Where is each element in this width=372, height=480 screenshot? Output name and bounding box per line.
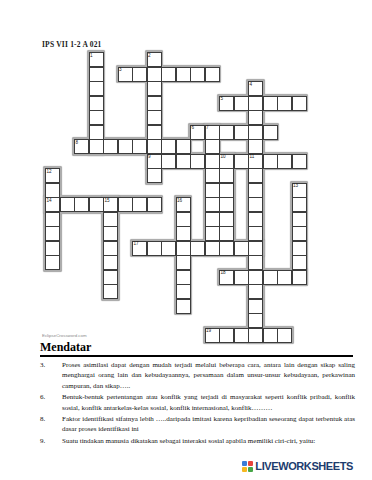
cell-r10c7[interactable] bbox=[147, 197, 162, 212]
cell-number-13: 13 bbox=[292, 183, 298, 188]
cell-number-6: 6 bbox=[191, 125, 195, 130]
cell-r7c16[interactable] bbox=[277, 154, 292, 169]
cell-r13c17[interactable] bbox=[292, 241, 307, 256]
cell-r6c6[interactable] bbox=[132, 139, 147, 154]
cell-r11c11[interactable] bbox=[205, 212, 220, 227]
cell-r3c13[interactable] bbox=[234, 96, 249, 111]
cell-r8c14[interactable] bbox=[248, 168, 263, 183]
clue-gap bbox=[54, 360, 62, 391]
cell-r11c14[interactable] bbox=[248, 212, 263, 227]
cell-r13c11[interactable] bbox=[205, 241, 220, 256]
cell-number-4: 4 bbox=[249, 82, 253, 87]
cell-r11c0[interactable] bbox=[45, 212, 60, 227]
cell-r13c0[interactable] bbox=[45, 241, 60, 256]
cell-r5c13[interactable] bbox=[234, 125, 249, 140]
clue-text: Proses asimilasi dapat dengan mudah terj… bbox=[62, 360, 355, 391]
cell-r1c9[interactable] bbox=[176, 67, 191, 82]
cell-number-9: 9 bbox=[147, 154, 151, 159]
cell-number-1: 1 bbox=[89, 53, 93, 58]
cell-r15c9[interactable] bbox=[176, 270, 191, 285]
cell-r6c11[interactable] bbox=[205, 139, 220, 154]
cell-r3c7[interactable] bbox=[147, 96, 162, 111]
cell-r14c9[interactable] bbox=[176, 255, 191, 270]
clue-number: 8. bbox=[40, 414, 54, 435]
cell-r9c0[interactable] bbox=[45, 183, 60, 198]
cell-r5c7[interactable] bbox=[147, 125, 162, 140]
cell-r11c17[interactable] bbox=[292, 212, 307, 227]
cell-number-7: 7 bbox=[205, 125, 209, 130]
cell-r13c8[interactable] bbox=[161, 241, 176, 256]
cell-r18c14[interactable] bbox=[248, 313, 263, 328]
clue-item-6: 6.Bentuk-bentuk pertentangan atau konfli… bbox=[40, 392, 355, 413]
clue-list: 3.Proses asimilasi dapat dengan mudah te… bbox=[40, 360, 355, 447]
cell-r19c12[interactable] bbox=[219, 328, 234, 343]
cell-r6c8[interactable] bbox=[161, 139, 176, 154]
cell-r10c2[interactable] bbox=[74, 197, 89, 212]
clue-gap bbox=[54, 392, 62, 413]
cell-r4c3[interactable] bbox=[89, 110, 104, 125]
cell-r10c14[interactable] bbox=[248, 197, 263, 212]
cell-r11c4[interactable] bbox=[103, 212, 118, 227]
cell-r5c3[interactable] bbox=[89, 125, 104, 140]
cell-r1c3[interactable] bbox=[89, 67, 104, 82]
cell-r7c17[interactable] bbox=[292, 154, 307, 169]
cell-r5c12[interactable] bbox=[219, 125, 234, 140]
worksheet-page: IPS VII 1-2 A 021 1234567891011121314151… bbox=[0, 0, 372, 480]
crossword-grid: 12345678910111213141516171819 bbox=[0, 0, 372, 372]
cell-number-14: 14 bbox=[46, 198, 52, 203]
cell-number-12: 12 bbox=[46, 169, 52, 174]
cell-r6c9[interactable] bbox=[176, 139, 191, 154]
cell-r8c7[interactable] bbox=[147, 168, 162, 183]
clue-text: Faktor identifikasi sifatnya lebih …..da… bbox=[62, 414, 355, 435]
cell-r6c5[interactable] bbox=[118, 139, 133, 154]
cell-r14c17[interactable] bbox=[292, 255, 307, 270]
clue-gap bbox=[54, 436, 62, 446]
clue-gap bbox=[54, 414, 62, 435]
cell-r12c12[interactable] bbox=[219, 226, 234, 241]
cell-r1c7[interactable] bbox=[147, 67, 162, 82]
cell-number-2: 2 bbox=[147, 53, 151, 58]
cell-r15c13[interactable] bbox=[234, 270, 249, 285]
cell-r12c0[interactable] bbox=[45, 226, 60, 241]
cell-r15c4[interactable] bbox=[103, 270, 118, 285]
cell-r12c4[interactable] bbox=[103, 226, 118, 241]
cell-number-10: 10 bbox=[220, 154, 226, 159]
cell-r13c9[interactable] bbox=[176, 241, 191, 256]
cell-r3c3[interactable] bbox=[89, 96, 104, 111]
cell-r7c8[interactable] bbox=[161, 154, 176, 169]
cell-r15c14[interactable] bbox=[248, 270, 263, 285]
cell-r6c4[interactable] bbox=[103, 139, 118, 154]
cell-r6c3[interactable] bbox=[89, 139, 104, 154]
cell-r19c13[interactable] bbox=[234, 328, 249, 343]
cell-r3c15[interactable] bbox=[263, 96, 278, 111]
cell-r4c14[interactable] bbox=[248, 110, 263, 125]
clue-item-9: 9.Suatu tindakan manusia dikatakan sebag… bbox=[40, 436, 355, 446]
cell-r9c12[interactable] bbox=[219, 183, 234, 198]
cell-number-17: 17 bbox=[133, 241, 139, 246]
cell-r1c8[interactable] bbox=[161, 67, 176, 82]
cell-r2c3[interactable] bbox=[89, 81, 104, 96]
cell-r19c14[interactable] bbox=[248, 328, 263, 343]
cell-r12c11[interactable] bbox=[205, 226, 220, 241]
logo-color-square bbox=[248, 461, 253, 466]
cell-r17c14[interactable] bbox=[248, 299, 263, 314]
cell-r16c9[interactable] bbox=[176, 284, 191, 299]
cell-r10c12[interactable] bbox=[219, 197, 234, 212]
cell-r13c10[interactable] bbox=[190, 241, 205, 256]
cell-r19c15[interactable] bbox=[263, 328, 278, 343]
cell-r14c14[interactable] bbox=[248, 255, 263, 270]
cell-r12c14[interactable] bbox=[248, 226, 263, 241]
clue-item-8: 8.Faktor identifikasi sifatnya lebih …..… bbox=[40, 414, 355, 435]
cell-number-8: 8 bbox=[75, 140, 79, 145]
cell-r13c4[interactable] bbox=[103, 241, 118, 256]
clue-text: Bentuk-bentuk pertentangan atau konflik … bbox=[62, 392, 355, 413]
clue-number: 6. bbox=[40, 392, 54, 413]
clue-number: 3. bbox=[40, 360, 54, 391]
across-heading: Mendatar bbox=[40, 340, 91, 355]
cell-r7c13[interactable] bbox=[234, 154, 249, 169]
clue-number: 9. bbox=[40, 436, 54, 446]
cell-r3c16[interactable] bbox=[277, 96, 292, 111]
liveworksheets-logo-icon bbox=[242, 461, 253, 472]
logo-color-square bbox=[248, 467, 253, 472]
cell-r6c7[interactable] bbox=[147, 139, 162, 154]
cell-r1c11[interactable] bbox=[205, 67, 220, 82]
cell-r15c16[interactable] bbox=[277, 270, 292, 285]
cell-r15c17[interactable] bbox=[292, 270, 307, 285]
cell-r8c11[interactable] bbox=[205, 168, 220, 183]
cell-number-15: 15 bbox=[104, 198, 110, 203]
cell-r8c12[interactable] bbox=[219, 168, 234, 183]
cell-r9c14[interactable] bbox=[248, 183, 263, 198]
cell-number-18: 18 bbox=[220, 270, 226, 275]
cell-r7c15[interactable] bbox=[263, 154, 278, 169]
cell-r13c14[interactable] bbox=[248, 241, 263, 256]
cell-r13c12[interactable] bbox=[219, 241, 234, 256]
cell-r10c17[interactable] bbox=[292, 197, 307, 212]
cell-r15c15[interactable] bbox=[263, 270, 278, 285]
cell-r7c10[interactable] bbox=[190, 154, 205, 169]
clue-item-3: 3.Proses asimilasi dapat dengan mudah te… bbox=[40, 360, 355, 391]
cell-r14c0[interactable] bbox=[45, 255, 60, 270]
cell-r1c6[interactable] bbox=[132, 67, 147, 82]
cell-r12c9[interactable] bbox=[176, 226, 191, 241]
cell-r9c11[interactable] bbox=[205, 183, 220, 198]
cell-number-19: 19 bbox=[205, 328, 211, 333]
cell-r11c12[interactable] bbox=[219, 212, 234, 227]
cell-r5c15[interactable] bbox=[263, 125, 278, 140]
cell-r11c9[interactable] bbox=[176, 212, 191, 227]
cell-r3c14[interactable] bbox=[248, 96, 263, 111]
cell-r3c17[interactable] bbox=[292, 96, 307, 111]
cell-r7c11[interactable] bbox=[205, 154, 220, 169]
clue-text: Suatu tindakan manusia dikatakan sebagai… bbox=[62, 436, 355, 446]
cell-number-3: 3 bbox=[118, 67, 122, 72]
cell-r10c3[interactable] bbox=[89, 197, 104, 212]
cell-r7c9[interactable] bbox=[176, 154, 191, 169]
logo-color-square bbox=[242, 467, 247, 472]
cell-r17c9[interactable] bbox=[176, 299, 191, 314]
cell-r6c14[interactable] bbox=[248, 139, 263, 154]
cell-number-16: 16 bbox=[176, 198, 182, 203]
cell-r2c7[interactable] bbox=[147, 81, 162, 96]
logo-color-square bbox=[242, 461, 247, 466]
heading-rule bbox=[40, 355, 353, 357]
cell-number-5: 5 bbox=[220, 96, 224, 101]
cell-r10c11[interactable] bbox=[205, 197, 220, 212]
cell-r16c4[interactable] bbox=[103, 284, 118, 299]
liveworksheets-logo-text: LIVEWORKSHEETS bbox=[255, 460, 353, 472]
liveworksheets-logo[interactable]: LIVEWORKSHEETS bbox=[242, 460, 353, 472]
eclipsecrossword-credit: EclipseCrossword.com bbox=[42, 333, 87, 338]
cell-r10c1[interactable] bbox=[60, 197, 75, 212]
cell-number-11: 11 bbox=[249, 154, 255, 159]
cell-r19c16[interactable] bbox=[277, 328, 292, 343]
cell-r1c10[interactable] bbox=[190, 67, 205, 82]
cell-r13c13[interactable] bbox=[234, 241, 249, 256]
cell-r10c5[interactable] bbox=[118, 197, 133, 212]
cell-r4c7[interactable] bbox=[147, 110, 162, 125]
cell-r12c17[interactable] bbox=[292, 226, 307, 241]
cell-r16c14[interactable] bbox=[248, 284, 263, 299]
cell-r10c6[interactable] bbox=[132, 197, 147, 212]
cell-r5c14[interactable] bbox=[248, 125, 263, 140]
cell-r14c4[interactable] bbox=[103, 255, 118, 270]
cell-r13c7[interactable] bbox=[147, 241, 162, 256]
